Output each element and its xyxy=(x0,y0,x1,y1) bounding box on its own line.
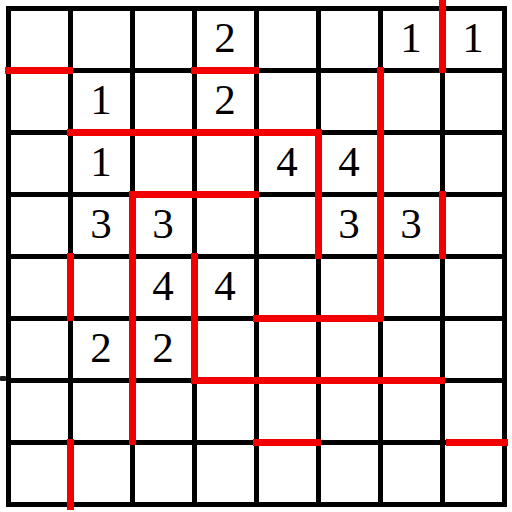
loop-edge-h-r5-c5[interactable] xyxy=(253,315,321,322)
clue-r3-c2: 1 xyxy=(70,130,132,192)
grid-line-v-8 xyxy=(502,6,507,507)
clue-r2-c4: 2 xyxy=(194,68,256,130)
clue-r6-c3: 2 xyxy=(132,316,194,378)
loop-edge-h-r5-c6[interactable] xyxy=(315,315,383,322)
loop-edge-v-r7-c2[interactable] xyxy=(129,377,136,445)
clue-r1-c7: 1 xyxy=(380,6,442,68)
loop-edge-h-r6-c6[interactable] xyxy=(315,377,383,384)
loop-edge-h-r2-c3[interactable] xyxy=(129,129,197,136)
loop-edge-v-r5-c1[interactable] xyxy=(67,253,74,321)
clue-r6-c2: 2 xyxy=(70,316,132,378)
loop-edge-h-r7-c8[interactable] xyxy=(446,439,508,446)
loop-edge-h-r6-c4[interactable] xyxy=(191,377,259,384)
clue-r1-c4: 2 xyxy=(194,6,256,68)
loop-edge-v-r8-c1[interactable] xyxy=(67,439,74,510)
clue-r1-c8: 1 xyxy=(442,6,504,68)
clue-r3-c5: 4 xyxy=(256,130,318,192)
loop-edge-h-r2-c4[interactable] xyxy=(191,129,259,136)
clue-r3-c6: 4 xyxy=(318,130,380,192)
clue-r4-c3: 3 xyxy=(132,192,194,254)
clue-r4-c6: 3 xyxy=(318,192,380,254)
grid-line-h-4 xyxy=(6,254,507,259)
slitherlink-board[interactable]: 2111214433334422 xyxy=(0,0,512,512)
loop-edge-h-r1-c1[interactable] xyxy=(5,67,73,74)
loop-edge-v-r2-c6[interactable] xyxy=(377,67,384,135)
stray-dot xyxy=(0,376,6,381)
loop-edge-h-r3-c4[interactable] xyxy=(191,191,259,198)
clue-r5-c3: 4 xyxy=(132,254,194,316)
clue-r2-c2: 1 xyxy=(70,68,132,130)
grid-line-h-8 xyxy=(6,502,507,507)
clue-r5-c4: 4 xyxy=(194,254,256,316)
clue-r4-c7: 3 xyxy=(380,192,442,254)
loop-edge-v-r5-c6[interactable] xyxy=(377,253,384,321)
loop-edge-h-r6-c5[interactable] xyxy=(253,377,321,384)
loop-edge-h-r7-c5[interactable] xyxy=(253,439,321,446)
clue-r4-c2: 3 xyxy=(70,192,132,254)
loop-edge-h-r6-c7[interactable] xyxy=(377,377,445,384)
